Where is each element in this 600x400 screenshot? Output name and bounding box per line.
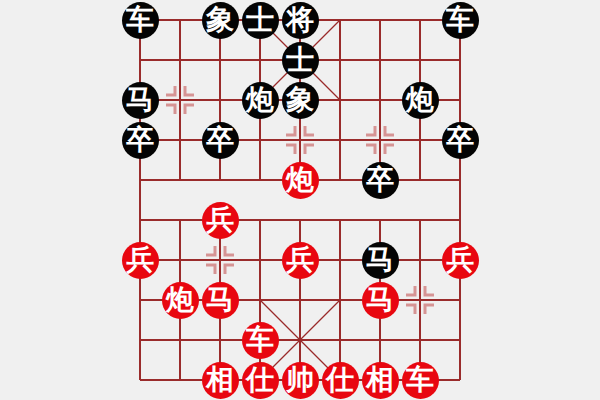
- black-advisor[interactable]: 士: [242, 2, 279, 39]
- black-advisor[interactable]: 士: [282, 42, 319, 79]
- red-cannon[interactable]: 炮: [162, 282, 199, 319]
- red-elephant[interactable]: 相: [202, 362, 239, 399]
- red-general[interactable]: 帅: [282, 362, 319, 399]
- black-soldier[interactable]: 卒: [442, 122, 479, 159]
- black-horse[interactable]: 马: [362, 242, 399, 279]
- black-chariot[interactable]: 车: [442, 2, 479, 39]
- red-horse[interactable]: 马: [202, 282, 239, 319]
- black-horse[interactable]: 马: [122, 82, 159, 119]
- red-soldier[interactable]: 兵: [442, 242, 479, 279]
- black-soldier[interactable]: 卒: [122, 122, 159, 159]
- red-cannon[interactable]: 炮: [282, 162, 319, 199]
- black-cannon[interactable]: 炮: [242, 82, 279, 119]
- red-advisor[interactable]: 仕: [242, 362, 279, 399]
- red-soldier[interactable]: 兵: [202, 202, 239, 239]
- xiangqi-app-screen: 车象士将车士马炮象炮卒卒卒卒马炮兵兵兵兵炮马马车相仕帅仕相车: [0, 0, 600, 400]
- black-cannon[interactable]: 炮: [402, 82, 439, 119]
- black-soldier[interactable]: 卒: [202, 122, 239, 159]
- red-chariot[interactable]: 车: [402, 362, 439, 399]
- black-elephant[interactable]: 象: [202, 2, 239, 39]
- red-elephant[interactable]: 相: [362, 362, 399, 399]
- red-soldier[interactable]: 兵: [122, 242, 159, 279]
- black-general[interactable]: 将: [282, 2, 319, 39]
- black-chariot[interactable]: 车: [122, 2, 159, 39]
- red-advisor[interactable]: 仕: [322, 362, 359, 399]
- black-elephant[interactable]: 象: [282, 82, 319, 119]
- black-soldier[interactable]: 卒: [362, 162, 399, 199]
- red-soldier[interactable]: 兵: [282, 242, 319, 279]
- red-chariot[interactable]: 车: [242, 322, 279, 359]
- pieces-layer: 车象士将车士马炮象炮卒卒卒卒马炮兵兵兵兵炮马马车相仕帅仕相车: [120, 0, 480, 400]
- red-horse[interactable]: 马: [362, 282, 399, 319]
